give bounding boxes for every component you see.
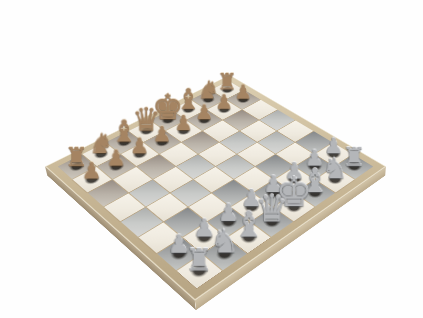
white-pawn: ♟	[82, 160, 102, 183]
white-pawn: ♟	[130, 135, 149, 157]
product-photo: ♜♟♟♜♞♟♟♞♝♟♟♝♚♟♟♚♛♟♟♛♝♟♟♝♞♟♟♞♜♟♟♜	[0, 0, 423, 318]
white-pawn: ♟	[235, 82, 252, 101]
white-pawn: ♟	[175, 113, 194, 134]
board-grid: ♜♟♟♜♞♟♟♞♝♟♟♝♚♟♟♚♛♟♟♛♝♟♟♝♞♟♟♞♜♟♟♜	[58, 81, 373, 288]
board-frame: ♜♟♟♜♞♟♟♞♝♟♟♝♚♟♟♚♛♟♟♛♝♟♟♝♞♟♟♞♜♟♟♜	[45, 75, 386, 300]
white-pawn: ♟	[195, 102, 213, 122]
white-pawn: ♟	[215, 92, 233, 112]
white-pawn: ♟	[153, 124, 172, 145]
chess-board: ♜♟♟♜♞♟♟♞♝♟♟♝♚♟♟♚♛♟♟♛♝♟♟♝♞♟♟♞♜♟♟♜	[45, 75, 386, 300]
board-scene: ♜♟♟♜♞♟♟♞♝♟♟♝♚♟♟♚♛♟♟♛♝♟♟♝♞♟♟♞♜♟♟♜	[0, 0, 423, 318]
white-pawn: ♟	[107, 147, 127, 169]
black-rook: ♜	[186, 244, 214, 275]
black-knight: ♞	[210, 225, 239, 257]
square-d5	[194, 167, 233, 192]
